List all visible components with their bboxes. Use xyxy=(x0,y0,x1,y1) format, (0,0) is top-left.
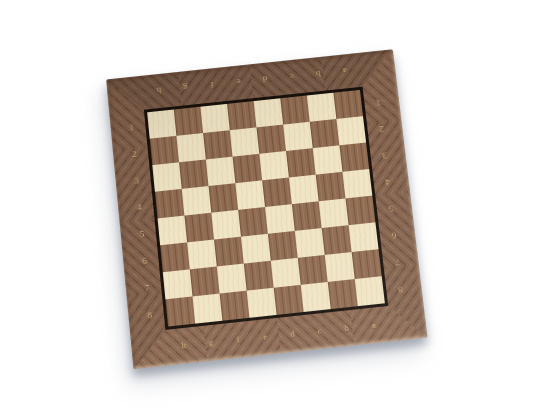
rank-label-right-1: 1 xyxy=(375,97,380,106)
board-shadow-scene: hhggffeeddccbbaa1122334455667788 xyxy=(0,0,549,412)
file-label-top-c: c xyxy=(289,71,294,80)
file-label-top-g: g xyxy=(182,82,187,91)
rank-label-left-6: 6 xyxy=(142,256,147,265)
rank-label-left-8: 8 xyxy=(147,310,152,320)
file-label-bottom-g: g xyxy=(208,337,213,347)
rank-label-left-4: 4 xyxy=(137,202,142,211)
rank-label-right-6: 6 xyxy=(391,229,397,238)
file-label-top-f: f xyxy=(210,79,214,88)
file-label-bottom-e: e xyxy=(263,331,268,341)
rank-label-left-7: 7 xyxy=(144,283,149,293)
rank-label-right-3: 3 xyxy=(382,149,387,158)
rank-label-left-2: 2 xyxy=(131,149,136,158)
file-label-bottom-c: c xyxy=(317,325,322,335)
product-photo-background: hhggffeeddccbbaa1122334455667788 xyxy=(0,0,549,412)
file-label-bottom-d: d xyxy=(290,328,296,338)
rank-label-right-4: 4 xyxy=(385,176,391,185)
file-label-bottom-b: b xyxy=(344,323,350,333)
file-label-top-h: h xyxy=(156,85,161,94)
file-label-top-a: a xyxy=(342,65,347,74)
coordinate-labels: hhggffeeddccbbaa1122334455667788 xyxy=(106,49,427,369)
file-label-bottom-a: a xyxy=(371,320,376,330)
file-label-bottom-h: h xyxy=(181,340,186,350)
rank-label-left-3: 3 xyxy=(134,176,139,185)
rank-label-right-5: 5 xyxy=(388,202,394,211)
file-label-top-b: b xyxy=(315,68,320,77)
rank-label-right-2: 2 xyxy=(379,123,384,132)
chess-board: hhggffeeddccbbaa1122334455667788 xyxy=(106,49,427,369)
rank-label-left-1: 1 xyxy=(129,123,134,132)
file-label-top-e: e xyxy=(236,77,241,86)
rank-label-right-7: 7 xyxy=(394,256,400,265)
file-label-top-d: d xyxy=(262,74,267,83)
rank-label-right-8: 8 xyxy=(398,283,404,293)
file-label-bottom-f: f xyxy=(236,334,240,343)
rank-label-left-5: 5 xyxy=(139,229,144,238)
